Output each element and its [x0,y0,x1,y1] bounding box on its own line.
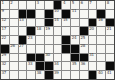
clue-number: 11 [72,9,77,13]
white-cell[interactable] [19,71,27,79]
white-cell[interactable]: 38 [36,71,44,79]
clue-number: 21 [107,27,112,31]
clue-number: 39 [54,71,59,75]
white-cell[interactable] [89,10,97,18]
white-cell[interactable]: 39 [54,71,62,79]
white-cell[interactable]: 4 [62,1,70,9]
white-cell[interactable] [89,62,97,70]
white-cell[interactable]: 15 [62,19,70,27]
clue-number: 38 [37,71,42,75]
clue-number: 35 [72,62,77,66]
white-cell[interactable]: 16 [97,19,105,27]
white-cell[interactable]: 31 [89,54,97,62]
white-cell[interactable]: 37 [1,71,9,79]
clue-number: 33 [28,62,33,66]
black-cell [45,62,53,70]
white-cell[interactable]: 30 [45,54,53,62]
white-cell[interactable]: 17 [1,27,9,35]
white-cell[interactable] [10,19,18,27]
clue-number: 32 [2,62,7,66]
white-cell[interactable] [54,45,62,53]
white-cell[interactable] [10,10,18,18]
white-cell[interactable] [19,62,27,70]
white-cell[interactable] [97,45,105,53]
white-cell[interactable] [62,71,70,79]
clue-number: 36 [80,62,85,66]
black-cell [62,45,70,53]
black-cell [36,54,44,62]
clue-number: 7 [89,1,91,5]
white-cell[interactable] [19,54,27,62]
crossword-screenshot: 1234567891011121314151617181920212223242… [0,0,115,80]
white-cell[interactable] [19,27,27,35]
white-cell[interactable]: 20 [89,27,97,35]
clue-number: 40 [98,71,103,75]
white-cell[interactable] [36,36,44,44]
white-cell[interactable]: 11 [71,10,79,18]
black-cell [27,10,35,18]
crossword-grid: 1234567891011121314151617181920212223242… [0,0,115,80]
white-cell[interactable] [97,27,105,35]
clue-number: 37 [2,71,7,75]
white-cell[interactable]: 28 [80,45,88,53]
white-cell[interactable] [89,36,97,44]
clue-number: 29 [2,53,7,57]
white-cell[interactable] [80,10,88,18]
clue-number: 23 [28,36,33,40]
clue-number: 31 [89,53,94,57]
white-cell[interactable] [45,1,53,9]
white-cell[interactable] [106,54,114,62]
white-cell[interactable]: 14 [54,19,62,27]
black-cell [45,71,53,79]
white-cell[interactable] [97,36,105,44]
clue-number: 19 [45,27,50,31]
white-cell[interactable] [27,45,35,53]
clue-number: 24 [72,36,77,40]
white-cell[interactable] [106,10,114,18]
clue-number: 12 [2,18,7,22]
white-cell[interactable] [10,71,18,79]
white-cell[interactable]: 8 [106,1,114,9]
white-cell[interactable]: 33 [27,62,35,70]
clue-number: 15 [63,18,68,22]
white-cell[interactable]: 21 [106,27,114,35]
clue-number: 20 [89,27,94,31]
white-cell[interactable] [71,27,79,35]
white-cell[interactable]: 27 [19,45,27,53]
white-cell[interactable]: 2 [10,1,18,9]
clue-number: 10 [54,9,59,13]
clue-number: 22 [2,36,7,40]
white-cell[interactable] [45,36,53,44]
clue-number: 8 [107,1,109,5]
white-cell[interactable] [36,45,44,53]
white-cell[interactable]: 40 [97,71,105,79]
clue-number: 4 [63,1,65,5]
white-cell[interactable] [36,10,44,18]
clue-number: 13 [19,18,24,22]
clue-number: 18 [37,27,42,31]
white-cell[interactable] [54,36,62,44]
white-cell[interactable] [97,54,105,62]
white-cell[interactable]: 22 [1,36,9,44]
clue-number: 14 [54,18,59,22]
clue-number: 27 [19,44,24,48]
clue-number: 25 [80,36,85,40]
black-cell [45,10,53,18]
white-cell[interactable] [97,1,105,9]
clue-number: 17 [2,27,7,31]
black-cell [27,27,35,35]
clue-number: 34 [54,62,59,66]
black-cell [71,45,79,53]
clue-number: 2 [10,1,12,5]
white-cell[interactable]: 35 [71,62,79,70]
white-cell[interactable] [80,71,88,79]
white-cell[interactable]: 36 [80,62,88,70]
clue-number: 3 [37,1,39,5]
white-cell[interactable]: 26 [10,45,18,53]
white-cell[interactable] [80,19,88,27]
black-cell [89,71,97,79]
clue-number: 9 [2,9,4,13]
white-cell[interactable]: 13 [19,19,27,27]
clue-number: 30 [45,53,50,57]
white-cell[interactable] [27,71,35,79]
white-cell[interactable]: 23 [27,36,35,44]
white-cell[interactable] [106,45,114,53]
white-cell[interactable] [106,36,114,44]
clue-number: 28 [80,44,85,48]
white-cell[interactable] [62,62,70,70]
clue-number: 16 [98,18,103,22]
white-cell[interactable]: 19 [45,27,53,35]
clue-number: 5 [72,1,74,5]
white-cell[interactable] [27,19,35,27]
clue-number: 6 [80,1,82,5]
white-cell[interactable] [10,27,18,35]
white-cell[interactable] [27,1,35,9]
white-cell[interactable] [54,27,62,35]
black-cell [80,27,88,35]
white-cell[interactable]: 24 [71,36,79,44]
white-cell[interactable] [62,54,70,62]
white-cell[interactable] [19,1,27,9]
white-cell[interactable]: 3 [36,1,44,9]
white-cell[interactable] [62,27,70,35]
white-cell[interactable] [71,19,79,27]
white-cell[interactable]: 7 [89,1,97,9]
clue-number: 26 [10,44,15,48]
clue-number: 1 [2,1,4,5]
white-cell[interactable]: 18 [36,27,44,35]
white-cell[interactable] [10,54,18,62]
clue-number: 41 [107,71,112,75]
white-cell[interactable] [10,62,18,70]
white-cell[interactable] [71,71,79,79]
white-cell[interactable]: 41 [106,71,114,79]
white-cell[interactable]: 6 [80,1,88,9]
black-cell [62,36,70,44]
